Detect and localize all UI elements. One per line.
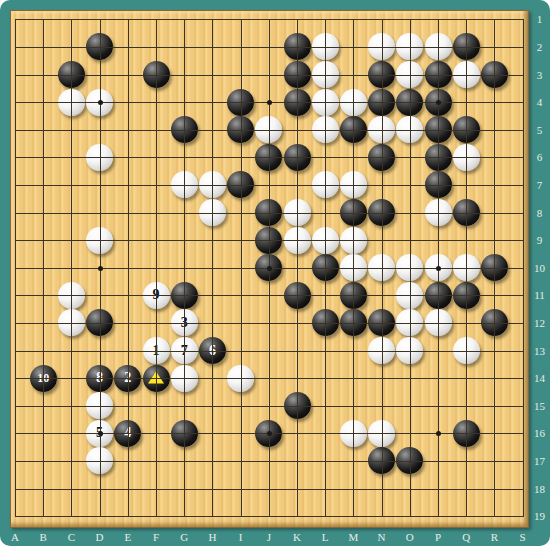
column-label: R <box>486 532 502 543</box>
column-label: I <box>233 532 249 543</box>
go-board-frame: ABCDEFGHIJKLMNOPQRS 12345678910111213141… <box>0 0 550 546</box>
grid-line-horizontal <box>15 240 524 241</box>
column-label: Q <box>458 532 474 543</box>
grid-line-horizontal <box>15 489 524 490</box>
grid-line-horizontal <box>15 130 524 131</box>
column-label: J <box>261 532 277 543</box>
row-label: 10 <box>531 263 548 274</box>
column-label: B <box>35 532 51 543</box>
grid-line-horizontal <box>15 157 524 158</box>
row-label: 6 <box>531 152 548 163</box>
column-label: S <box>515 532 531 543</box>
column-label: L <box>317 532 333 543</box>
row-label: 5 <box>531 125 548 136</box>
grid-line-horizontal <box>15 213 524 214</box>
row-label: 19 <box>531 511 548 522</box>
grid-line-horizontal <box>15 378 524 379</box>
row-label: 17 <box>531 456 548 467</box>
row-label: 15 <box>531 401 548 412</box>
grid-line-horizontal <box>15 19 524 20</box>
row-label: 11 <box>531 290 548 301</box>
grid-line-horizontal <box>15 75 524 76</box>
grid-line-horizontal <box>15 295 524 296</box>
grid-line-horizontal <box>15 323 524 324</box>
column-label: G <box>176 532 192 543</box>
column-label: C <box>63 532 79 543</box>
row-label: 8 <box>531 208 548 219</box>
grid-line-horizontal <box>15 351 524 352</box>
row-label: 7 <box>531 180 548 191</box>
grid-line-horizontal <box>15 516 524 517</box>
row-label: 14 <box>531 373 548 384</box>
grid-line-horizontal <box>15 406 524 407</box>
column-label: A <box>7 532 23 543</box>
star-point <box>267 100 272 105</box>
star-point <box>98 266 103 271</box>
row-label: 2 <box>531 42 548 53</box>
column-label: H <box>204 532 220 543</box>
star-point <box>98 100 103 105</box>
row-label: 9 <box>531 235 548 246</box>
row-label: 18 <box>531 484 548 495</box>
column-label: D <box>92 532 108 543</box>
row-label: 4 <box>531 97 548 108</box>
column-label: N <box>374 532 390 543</box>
row-label: 1 <box>531 14 548 25</box>
grid-line-horizontal <box>15 47 524 48</box>
column-label: K <box>289 532 305 543</box>
row-label: 16 <box>531 428 548 439</box>
row-label: 13 <box>531 346 548 357</box>
grid-line-horizontal <box>15 185 524 186</box>
star-point <box>98 431 103 436</box>
column-label: E <box>120 532 136 543</box>
star-point <box>436 266 441 271</box>
column-label: M <box>345 532 361 543</box>
column-label: P <box>430 532 446 543</box>
column-label: F <box>148 532 164 543</box>
row-label: 3 <box>531 70 548 81</box>
row-label: 12 <box>531 318 548 329</box>
grid-line-horizontal <box>15 461 524 462</box>
column-label: O <box>402 532 418 543</box>
star-point <box>267 266 272 271</box>
